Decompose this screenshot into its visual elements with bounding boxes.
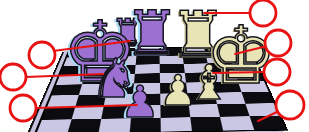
chess-clipart: ♚♜♜♞♟♜♚♝♟ xyxy=(0,0,309,132)
pieces-layer: ♚♜♜♞♟♜♚♝♟ xyxy=(0,0,309,132)
piece-cream-pawn: ♟ xyxy=(159,70,197,112)
piece-purple-pawn: ♟ xyxy=(120,80,159,124)
